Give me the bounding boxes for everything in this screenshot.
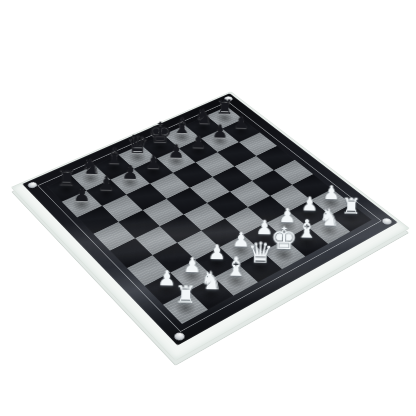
piece-black-pawn-d7[interactable]: ♟: [145, 152, 162, 171]
piece-black-pawn-a7[interactable]: ♟: [73, 184, 91, 203]
screw-icon: [380, 217, 393, 226]
piece-black-pawn-c7[interactable]: ♟: [122, 163, 139, 182]
screw-icon: [172, 331, 186, 342]
piece-white-pawn-b2[interactable]: ♟: [183, 254, 202, 275]
piece-black-pawn-b7[interactable]: ♟: [98, 173, 115, 192]
piece-white-king-e1[interactable]: ♚: [270, 223, 298, 254]
board-scene: ♜♟♟♜♞♟♟♞♝♟♟♝♚♟♟♚♛♟♟♛♝♟♟♝♞♟♟♞♜♟♟♜: [0, 0, 416, 416]
piece-black-rook-h8[interactable]: ♜: [216, 97, 234, 117]
piece-white-pawn-c2[interactable]: ♟: [208, 241, 227, 262]
piece-black-pawn-f7[interactable]: ♟: [190, 132, 206, 150]
chess-board: ♜♟♟♜♞♟♟♞♝♟♟♝♚♟♟♚♛♟♟♛♝♟♟♝♞♟♟♞♜♟♟♜: [22, 93, 398, 345]
piece-white-rook-a1[interactable]: ♜: [175, 282, 197, 307]
piece-black-pawn-e7[interactable]: ♟: [168, 142, 185, 161]
piece-white-knight-g1[interactable]: ♞: [319, 205, 341, 229]
board-3d: ♜♟♟♜♞♟♟♞♝♟♟♝♚♟♟♚♛♟♟♛♝♟♟♝♞♟♟♞♜♟♟♜: [22, 93, 398, 345]
piece-black-knight-g8[interactable]: ♞: [194, 105, 213, 127]
piece-white-queen-d1[interactable]: ♛: [247, 237, 273, 266]
piece-white-bishop-c1[interactable]: ♝: [224, 253, 248, 279]
piece-black-pawn-h7[interactable]: ♟: [233, 113, 249, 131]
piece-white-bishop-f1[interactable]: ♝: [296, 216, 319, 241]
piece-white-knight-b1[interactable]: ♞: [200, 268, 223, 294]
piece-white-pawn-g2[interactable]: ♟: [301, 194, 319, 214]
piece-white-pawn-a2[interactable]: ♟: [157, 267, 176, 288]
piece-white-rook-h1[interactable]: ♜: [341, 195, 361, 218]
piece-black-pawn-g7[interactable]: ♟: [212, 122, 228, 140]
piece-white-pawn-h2[interactable]: ♟: [323, 183, 340, 202]
product-photo: Acrylic chess set product photo: glossy …: [0, 0, 416, 416]
screw-icon: [26, 181, 38, 189]
